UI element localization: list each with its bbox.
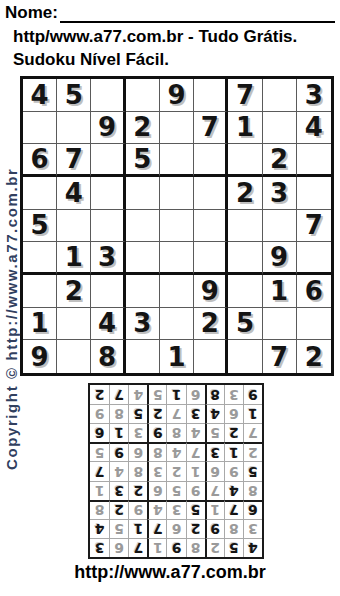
solution-cell-r3c3: 1 (205, 500, 224, 519)
solution-cell-r9c2: 3 (224, 385, 243, 404)
name-underline (60, 6, 335, 23)
puzzle-cell-r2c2[interactable] (57, 112, 91, 145)
solution-cell-r6c3: 3 (205, 442, 224, 461)
puzzle-cell-r6c3: 3 (91, 242, 125, 275)
puzzle-cell-r5c6[interactable] (194, 210, 228, 243)
solution-cell-r1c6: 1 (147, 538, 166, 557)
puzzle-cell-r2c1[interactable] (23, 112, 57, 145)
solution-cell-r8c5: 7 (166, 404, 185, 423)
puzzle-cell-r7c1[interactable] (23, 275, 57, 308)
solution-cell-r5c5: 2 (166, 461, 185, 480)
puzzle-cell-r5c7[interactable] (228, 210, 262, 243)
puzzle-cell-r3c4: 5 (126, 144, 160, 177)
puzzle-cell-r6c8: 9 (263, 242, 297, 275)
puzzle-cell-r3c3[interactable] (91, 144, 125, 177)
solution-cell-r2c3: 9 (205, 519, 224, 538)
solution-cell-r5c8: 4 (109, 461, 128, 480)
puzzle-cell-r4c3[interactable] (91, 177, 125, 210)
puzzle-cell-r6c1[interactable] (23, 242, 57, 275)
puzzle-cell-r1c4[interactable] (126, 79, 160, 112)
solution-cell-r3c4: 5 (186, 500, 205, 519)
header-site-line: http/www.a77.com.br - Tudo Grátis. (13, 27, 297, 47)
solution-cell-r6c9: 5 (90, 442, 109, 461)
puzzle-cell-r1c7: 7 (228, 79, 262, 112)
puzzle-cell-r7c3[interactable] (91, 275, 125, 308)
solution-cell-r2c7: 1 (128, 519, 147, 538)
puzzle-cell-r4c7: 2 (228, 177, 262, 210)
puzzle-cell-r9c8: 7 (263, 340, 297, 373)
solution-cell-r6c5: 4 (166, 442, 185, 461)
puzzle-cell-r8c4: 3 (126, 308, 160, 341)
puzzle-cell-r8c6: 2 (194, 308, 228, 341)
solution-cell-r3c9: 8 (90, 500, 109, 519)
solution-cell-r2c2: 8 (224, 519, 243, 538)
solution-cell-r1c1: 4 (243, 538, 262, 557)
puzzle-cell-r6c4[interactable] (126, 242, 160, 275)
solution-cell-r3c5: 3 (166, 500, 185, 519)
solution-cell-r4c9: 1 (90, 481, 109, 500)
solution-cell-r8c7: 5 (128, 404, 147, 423)
puzzle-cell-r1c3[interactable] (91, 79, 125, 112)
footer-url: http://www.a77.com.br (0, 562, 340, 583)
solution-cell-r4c2: 4 (224, 481, 243, 500)
puzzle-cell-r6c6[interactable] (194, 242, 228, 275)
solution-cell-r3c6: 4 (147, 500, 166, 519)
puzzle-cell-r2c6: 7 (194, 112, 228, 145)
solution-cell-r2c6: 7 (147, 519, 166, 538)
puzzle-cell-r5c9: 7 (297, 210, 331, 243)
solution-cell-r4c8: 3 (109, 481, 128, 500)
puzzle-cell-r5c8[interactable] (263, 210, 297, 243)
solution-cell-r8c9: 9 (90, 404, 109, 423)
puzzle-cell-r4c4[interactable] (126, 177, 160, 210)
solution-cell-r3c8: 2 (109, 500, 128, 519)
solution-cell-r1c7: 7 (128, 538, 147, 557)
puzzle-cell-r7c2: 2 (57, 275, 91, 308)
puzzle-cell-r7c8: 1 (263, 275, 297, 308)
solution-cell-r6c6: 8 (147, 442, 166, 461)
solution-cell-r7c8: 1 (109, 423, 128, 442)
puzzle-cell-r8c2[interactable] (57, 308, 91, 341)
puzzle-cell-r4c8: 3 (263, 177, 297, 210)
puzzle-cell-r7c5[interactable] (160, 275, 194, 308)
solution-cell-r1c8: 6 (109, 538, 128, 557)
puzzle-cell-r4c1[interactable] (23, 177, 57, 210)
solution-cell-r6c7: 6 (128, 442, 147, 461)
solution-cell-r2c8: 5 (109, 519, 128, 538)
solution-cell-r7c7: 3 (128, 423, 147, 442)
solution-cell-r7c9: 6 (90, 423, 109, 442)
puzzle-cell-r2c9: 4 (297, 112, 331, 145)
solution-cell-r4c6: 6 (147, 481, 166, 500)
puzzle-cell-r1c1: 4 (23, 79, 57, 112)
solution-cell-r5c3: 6 (205, 461, 224, 480)
name-row: Nome: (5, 3, 335, 23)
puzzle-cell-r8c9[interactable] (297, 308, 331, 341)
puzzle-cell-r2c3: 9 (91, 112, 125, 145)
puzzle-cell-r5c2[interactable] (57, 210, 91, 243)
sudoku-grid: 459739271467524235713929161432598172 (20, 76, 334, 376)
solution-cell-r1c2: 5 (224, 538, 243, 557)
puzzle-cell-r3c5[interactable] (160, 144, 194, 177)
solution-cell-r7c6: 9 (147, 423, 166, 442)
solution-cell-r1c5: 9 (166, 538, 185, 557)
solution-cell-r6c2: 1 (224, 442, 243, 461)
solution-cell-r8c4: 3 (186, 404, 205, 423)
puzzle-cell-r6c9[interactable] (297, 242, 331, 275)
puzzle-cell-r5c1: 5 (23, 210, 57, 243)
solution-cell-r8c6: 2 (147, 404, 166, 423)
solution-cell-r2c9: 4 (90, 519, 109, 538)
puzzle-cell-r1c6[interactable] (194, 79, 228, 112)
solution-cell-r8c2: 6 (224, 404, 243, 423)
puzzle-cell-r8c1: 1 (23, 308, 57, 341)
puzzle-cell-r8c7: 5 (228, 308, 262, 341)
puzzle-cell-r8c5[interactable] (160, 308, 194, 341)
puzzle-cell-r2c5[interactable] (160, 112, 194, 145)
solution-cell-r2c4: 2 (186, 519, 205, 538)
puzzle-cell-r1c8[interactable] (263, 79, 297, 112)
solution-cell-r5c7: 8 (128, 461, 147, 480)
puzzle-cell-r5c3[interactable] (91, 210, 125, 243)
puzzle-cell-r5c4[interactable] (126, 210, 160, 243)
solution-cell-r4c5: 5 (166, 481, 185, 500)
name-label: Nome: (5, 3, 58, 23)
puzzle-cell-r3c9[interactable] (297, 144, 331, 177)
puzzle-cell-r6c2: 1 (57, 242, 91, 275)
puzzle-cell-r2c7: 1 (228, 112, 262, 145)
puzzle-cell-r3c1: 6 (23, 144, 57, 177)
solution-cell-r5c9: 7 (90, 461, 109, 480)
puzzle-cell-r9c1: 9 (23, 340, 57, 373)
solution-cell-r2c5: 6 (166, 519, 185, 538)
puzzle-cell-r2c4: 2 (126, 112, 160, 145)
solution-cell-r7c5: 8 (166, 423, 185, 442)
solution-cell-r9c5: 1 (166, 385, 185, 404)
solution-cell-r9c1: 9 (243, 385, 262, 404)
solution-cell-r5c4: 1 (186, 461, 205, 480)
solution-cell-r8c8: 8 (109, 404, 128, 423)
solution-cell-r9c8: 7 (109, 385, 128, 404)
solution-cell-r6c1: 2 (243, 442, 262, 461)
puzzle-cell-r4c6[interactable] (194, 177, 228, 210)
solution-cell-r7c1: 7 (243, 423, 262, 442)
solution-grid: 4528917633892671546715349288479562315961… (88, 383, 264, 559)
puzzle-cell-r2c8[interactable] (263, 112, 297, 145)
puzzle-cell-r3c8: 2 (263, 144, 297, 177)
solution-cell-r5c1: 5 (243, 461, 262, 480)
puzzle-cell-r6c5[interactable] (160, 242, 194, 275)
solution-cell-r4c4: 9 (186, 481, 205, 500)
puzzle-cell-r7c6: 9 (194, 275, 228, 308)
solution-cell-r3c1: 6 (243, 500, 262, 519)
solution-cell-r1c3: 2 (205, 538, 224, 557)
solution-cell-r1c4: 8 (186, 538, 205, 557)
puzzle-cell-r8c8[interactable] (263, 308, 297, 341)
solution-cell-r7c2: 2 (224, 423, 243, 442)
solution-cell-r9c6: 5 (147, 385, 166, 404)
puzzle-cell-r9c2[interactable] (57, 340, 91, 373)
puzzle-cell-r1c2: 5 (57, 79, 91, 112)
copyright-vertical-text: Copyright © http://www.a77.com.br (3, 78, 20, 470)
solution-cell-r8c1: 1 (243, 404, 262, 423)
puzzle-cell-r4c9[interactable] (297, 177, 331, 210)
solution-cell-r4c1: 8 (243, 481, 262, 500)
puzzle-cell-r6c7[interactable] (228, 242, 262, 275)
solution-cell-r2c1: 3 (243, 519, 262, 538)
solution-cell-r9c4: 6 (186, 385, 205, 404)
puzzle-cell-r4c2: 4 (57, 177, 91, 210)
puzzle-cell-r7c7[interactable] (228, 275, 262, 308)
solution-cell-r7c4: 4 (186, 423, 205, 442)
solution-cell-r4c7: 2 (128, 481, 147, 500)
solution-cell-r6c8: 9 (109, 442, 128, 461)
puzzle-cell-r9c4[interactable] (126, 340, 160, 373)
puzzle-cell-r1c9: 3 (297, 79, 331, 112)
puzzle-cell-r3c6[interactable] (194, 144, 228, 177)
solution-cell-r9c3: 8 (205, 385, 224, 404)
solution-cell-r8c3: 4 (205, 404, 224, 423)
solution-cell-r7c3: 5 (205, 423, 224, 442)
solution-cell-r9c7: 4 (128, 385, 147, 404)
puzzle-cell-r5c5[interactable] (160, 210, 194, 243)
puzzle-cell-r7c9: 6 (297, 275, 331, 308)
puzzle-cell-r8c3: 4 (91, 308, 125, 341)
solution-cell-r5c2: 9 (224, 461, 243, 480)
puzzle-cell-r9c5: 1 (160, 340, 194, 373)
puzzle-cell-r9c3: 8 (91, 340, 125, 373)
header-level-line: Sudoku Nível Fácil. (13, 50, 169, 70)
solution-cell-r6c4: 7 (186, 442, 205, 461)
puzzle-cell-r3c2: 7 (57, 144, 91, 177)
solution-cell-r9c9: 2 (90, 385, 109, 404)
puzzle-cell-r3c7[interactable] (228, 144, 262, 177)
solution-cell-r4c3: 7 (205, 481, 224, 500)
puzzle-cell-r9c7[interactable] (228, 340, 262, 373)
puzzle-cell-r1c5: 9 (160, 79, 194, 112)
puzzle-cell-r9c9: 2 (297, 340, 331, 373)
solution-cell-r5c6: 3 (147, 461, 166, 480)
solution-cell-r1c9: 3 (90, 538, 109, 557)
puzzle-cell-r4c5[interactable] (160, 177, 194, 210)
solution-cell-r3c2: 7 (224, 500, 243, 519)
puzzle-cell-r9c6[interactable] (194, 340, 228, 373)
solution-cell-r3c7: 9 (128, 500, 147, 519)
puzzle-cell-r7c4[interactable] (126, 275, 160, 308)
